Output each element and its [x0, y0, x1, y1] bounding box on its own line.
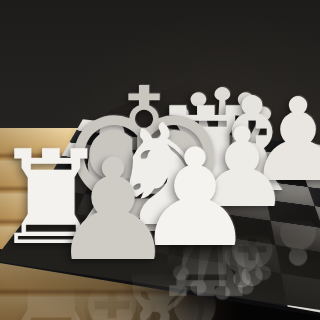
pieces-layer: ♛♜♝♟♟♝♚♞♟♜♟: [0, 0, 320, 320]
chess-photo-scene: ♛♜♝♟♟♝♚♞♟♜♟: [0, 0, 320, 320]
piece-pawn-left: ♟: [43, 141, 183, 281]
